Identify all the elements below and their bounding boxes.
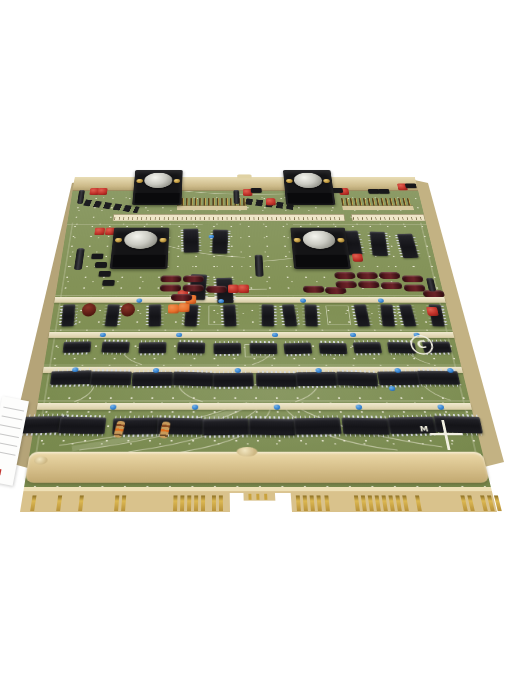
transistor-can bbox=[302, 231, 336, 249]
gold-finger-group bbox=[480, 495, 502, 511]
gold-finger bbox=[194, 495, 198, 511]
transistor-heatsink bbox=[283, 170, 335, 205]
gold-finger bbox=[303, 495, 308, 511]
gold-finger-group bbox=[173, 495, 205, 511]
label-line bbox=[0, 433, 19, 438]
photo-canvas: C M bbox=[0, 0, 510, 680]
mounting-screw bbox=[293, 238, 300, 243]
mounting-screw bbox=[286, 179, 293, 183]
black-box-diode bbox=[102, 280, 115, 286]
capacitor-maroon-axial bbox=[160, 285, 181, 292]
via-bead bbox=[355, 405, 362, 410]
dip-ic bbox=[283, 343, 312, 355]
via-bead bbox=[235, 368, 241, 373]
label-line bbox=[2, 415, 23, 420]
gold-finger bbox=[316, 495, 321, 511]
pin-comb-strip bbox=[341, 198, 414, 210]
via-bead bbox=[378, 299, 384, 303]
capacitor-maroon-axial bbox=[206, 286, 227, 293]
diode-cylinder bbox=[233, 190, 239, 204]
gold-finger-group bbox=[212, 495, 223, 511]
label-line bbox=[0, 424, 21, 429]
dip-ic bbox=[212, 229, 228, 253]
capacitor-maroon-axial bbox=[401, 276, 423, 283]
dip-ic bbox=[256, 373, 297, 387]
dip-ic bbox=[294, 418, 342, 435]
gold-finger bbox=[361, 495, 367, 511]
gold-finger bbox=[219, 495, 223, 511]
dip-ic bbox=[61, 304, 75, 326]
via-bead bbox=[437, 405, 444, 410]
gold-finger bbox=[78, 495, 84, 511]
black-box-diode bbox=[95, 262, 107, 267]
dip-ic bbox=[319, 343, 348, 354]
via-bead bbox=[394, 368, 401, 373]
gold-finger bbox=[324, 495, 330, 511]
capacitor-maroon-axial bbox=[183, 276, 204, 283]
gold-finger-group bbox=[78, 495, 84, 511]
capacitor-maroon-axial bbox=[358, 281, 380, 288]
dip-ic bbox=[139, 342, 167, 353]
via-bead bbox=[209, 235, 214, 239]
stiffener-bar bbox=[54, 297, 445, 302]
gold-finger bbox=[382, 495, 388, 511]
mounting-screw bbox=[337, 238, 345, 243]
stiffener-bar bbox=[49, 332, 455, 338]
dip-ic bbox=[203, 418, 250, 435]
dip-ic bbox=[249, 418, 296, 435]
capacitor-maroon-axial bbox=[171, 294, 192, 301]
capacitor-orange-tantalum bbox=[168, 304, 179, 313]
mounting-screw bbox=[115, 238, 122, 243]
via-bead bbox=[274, 405, 281, 410]
gold-finger bbox=[248, 494, 251, 500]
gold-finger-group bbox=[30, 495, 36, 511]
dip-ic bbox=[387, 417, 437, 434]
dip-ic bbox=[304, 304, 318, 326]
dip-ic bbox=[353, 342, 382, 353]
via-bead bbox=[192, 405, 198, 410]
capacitor-orange-tantalum bbox=[179, 303, 190, 312]
notch-tab bbox=[243, 493, 275, 501]
capacitor-maroon-axial bbox=[334, 272, 356, 279]
dip-ic bbox=[213, 343, 241, 354]
dip-ic bbox=[58, 417, 107, 434]
gold-finger bbox=[256, 494, 259, 500]
dip-ic bbox=[250, 343, 278, 354]
diode-cylinder bbox=[255, 255, 264, 277]
black-box-diode bbox=[251, 188, 262, 193]
gold-finger-group bbox=[114, 495, 126, 511]
capacitor-maroon-axial bbox=[380, 282, 402, 289]
gold-finger bbox=[264, 494, 267, 500]
transistor-can bbox=[144, 173, 173, 188]
black-box-diode bbox=[378, 189, 390, 194]
dip-ic bbox=[380, 304, 395, 326]
capacitor-maroon-axial bbox=[303, 286, 325, 293]
gold-finger bbox=[296, 495, 301, 511]
via-bead bbox=[447, 368, 454, 373]
mounting-screw bbox=[136, 179, 143, 183]
via-bead bbox=[388, 386, 395, 391]
dip-ic bbox=[50, 370, 92, 385]
heatsink-fin bbox=[287, 193, 333, 204]
dip-ic bbox=[101, 341, 130, 352]
stiffener-bar bbox=[37, 403, 472, 410]
heatsink-fin bbox=[112, 254, 166, 267]
registration-cross-horizontal bbox=[430, 433, 462, 435]
label-line bbox=[0, 442, 17, 447]
dip-ic bbox=[399, 304, 417, 326]
dip-ic bbox=[295, 372, 337, 386]
dip-ic bbox=[105, 304, 121, 326]
gold-finger-group bbox=[296, 495, 322, 511]
sip-resistor-strip bbox=[113, 214, 346, 221]
dip-ic bbox=[183, 228, 199, 252]
heatsink-fin bbox=[295, 254, 349, 267]
capacitor-maroon-axial bbox=[379, 272, 401, 279]
dip-ic bbox=[370, 231, 389, 255]
via-bead bbox=[272, 333, 278, 337]
via-bead bbox=[350, 333, 357, 337]
capacitor-red-tantalum bbox=[352, 254, 363, 262]
gold-finger bbox=[173, 495, 177, 511]
gold-finger bbox=[30, 495, 36, 511]
capacitor-maroon-axial bbox=[356, 272, 378, 279]
perspective-scene: C M bbox=[20, 0, 497, 512]
capacitor-red-tantalum bbox=[238, 285, 249, 294]
gold-finger bbox=[180, 495, 184, 511]
capacitor-red-tantalum bbox=[426, 307, 439, 316]
dip-ic bbox=[377, 371, 420, 385]
via-bead bbox=[315, 368, 322, 373]
capacitor-red-tantalum bbox=[228, 285, 239, 294]
gold-finger bbox=[460, 495, 467, 511]
dip-ic bbox=[132, 372, 173, 386]
mounting-screw bbox=[160, 238, 167, 243]
gold-finger bbox=[212, 495, 216, 511]
black-box-diode bbox=[98, 271, 111, 277]
dip-ic bbox=[354, 304, 371, 326]
black-box-diode bbox=[91, 254, 103, 259]
gold-finger bbox=[187, 495, 191, 511]
gold-finger bbox=[56, 495, 62, 511]
edge-bevel bbox=[23, 487, 491, 491]
label-line bbox=[3, 407, 24, 412]
gold-finger bbox=[354, 495, 360, 511]
gold-finger bbox=[415, 495, 422, 511]
black-box-diode bbox=[405, 183, 417, 188]
top-bar-tab bbox=[237, 174, 251, 178]
gold-finger bbox=[402, 495, 409, 511]
dip-ic bbox=[417, 370, 461, 384]
capacitor-red-tantalum bbox=[266, 198, 276, 205]
capacitor-maroon-axial bbox=[183, 285, 204, 292]
capacitor-red-tantalum bbox=[94, 228, 105, 236]
component-footprint bbox=[325, 306, 351, 326]
gold-finger bbox=[375, 495, 381, 511]
dip-ic bbox=[223, 304, 237, 326]
dip-ic bbox=[282, 304, 298, 326]
mounting-screw bbox=[174, 179, 181, 183]
gold-finger bbox=[395, 495, 402, 511]
screw-boss bbox=[236, 447, 257, 457]
gold-finger bbox=[467, 495, 474, 511]
via-bead bbox=[300, 299, 306, 303]
transistor-heatsink bbox=[110, 228, 170, 269]
dip-ic bbox=[177, 342, 205, 354]
gold-finger-group bbox=[460, 495, 474, 511]
transistor-heatsink bbox=[290, 228, 351, 269]
edge-notch bbox=[230, 493, 292, 512]
copyright-letter: C bbox=[416, 339, 428, 351]
gold-finger bbox=[121, 495, 126, 511]
bottom-stiffener-bar bbox=[25, 452, 490, 483]
dip-ic bbox=[90, 371, 132, 385]
capacitor-maroon-axial bbox=[335, 281, 357, 288]
dip-ic bbox=[262, 304, 275, 326]
gold-finger bbox=[368, 495, 374, 511]
gold-finger-group bbox=[415, 495, 422, 511]
capacitor-maroon-axial bbox=[160, 276, 181, 283]
mounting-screw bbox=[323, 179, 330, 183]
transistor-can bbox=[124, 231, 158, 249]
dip-ic bbox=[148, 304, 161, 326]
transistor-heatsink bbox=[132, 170, 183, 205]
dip-ic bbox=[172, 372, 214, 387]
sip-resistor-strip bbox=[351, 214, 426, 221]
transistor-can bbox=[293, 173, 323, 188]
dip-ic bbox=[397, 234, 419, 259]
via-bead bbox=[218, 299, 224, 303]
gold-finger bbox=[114, 495, 119, 511]
card-edge-connector bbox=[20, 487, 497, 512]
dip-ic bbox=[213, 373, 254, 387]
gold-finger-group bbox=[324, 495, 330, 511]
registration-letter: M bbox=[419, 425, 429, 433]
dip-ic bbox=[336, 372, 378, 387]
label-red-mark bbox=[0, 468, 1, 476]
gold-finger bbox=[201, 495, 205, 511]
gold-finger-group bbox=[354, 495, 409, 511]
heatsink-fin bbox=[134, 193, 180, 204]
capacitor-red-tantalum bbox=[97, 188, 107, 195]
dip-ic bbox=[63, 341, 92, 353]
circuit-board: C M bbox=[20, 177, 497, 512]
gold-finger-group bbox=[56, 495, 62, 511]
gold-finger bbox=[388, 495, 394, 511]
dip-ic bbox=[433, 416, 483, 434]
dip-ic bbox=[342, 418, 390, 435]
screw-boss bbox=[34, 456, 49, 464]
gold-finger bbox=[310, 495, 315, 511]
label-line bbox=[0, 451, 16, 456]
